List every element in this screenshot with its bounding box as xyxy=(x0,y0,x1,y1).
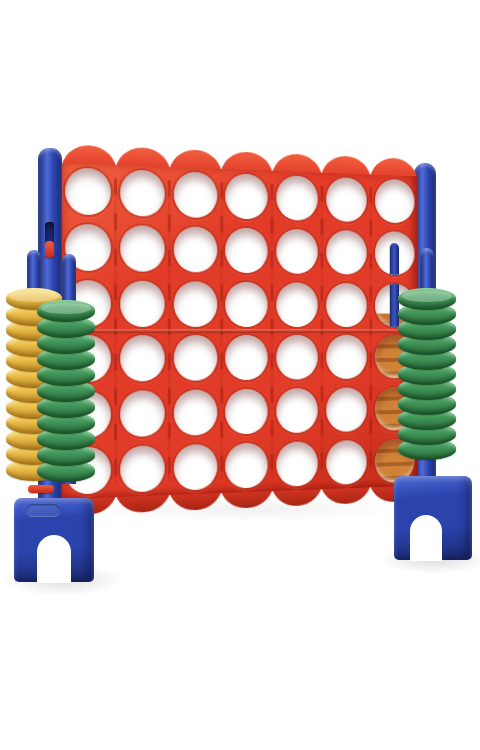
board-hole-empty xyxy=(326,335,366,379)
board-cell xyxy=(61,163,116,220)
board-middle-seam xyxy=(61,329,418,333)
leg-right xyxy=(394,476,472,560)
board-hole-empty xyxy=(277,282,318,327)
board-hole-empty xyxy=(226,281,268,326)
board-hole-empty xyxy=(277,388,318,433)
board-cell xyxy=(221,223,272,278)
board-hole-empty xyxy=(226,227,268,273)
board-cell xyxy=(322,226,371,279)
board-cell xyxy=(116,386,169,442)
disc-tray-green-left xyxy=(37,254,95,488)
board-cell xyxy=(221,438,272,493)
board-cell xyxy=(371,175,418,228)
board-cell xyxy=(272,171,322,226)
board-cell xyxy=(221,169,272,224)
board-cell xyxy=(116,440,169,497)
board-cell xyxy=(169,167,221,223)
board-cell xyxy=(322,278,371,331)
board-hole-empty xyxy=(120,170,164,217)
board-cell xyxy=(272,331,322,384)
board-hole-empty xyxy=(174,443,217,490)
board-cell xyxy=(169,439,221,495)
board-hole-empty xyxy=(174,226,217,272)
board-hole-empty xyxy=(120,225,164,272)
board-hole-empty xyxy=(226,335,268,380)
board-cell xyxy=(116,165,169,222)
board-hole-empty xyxy=(174,335,217,381)
connect-four-board xyxy=(61,144,418,516)
board-hole-empty xyxy=(120,390,164,437)
disc-tray-green-right xyxy=(398,248,456,464)
board-hole-empty xyxy=(326,439,366,484)
board-cell xyxy=(221,277,272,331)
board-hole-empty xyxy=(326,283,366,327)
board-hole-empty xyxy=(326,230,366,275)
board-hole-empty xyxy=(226,389,268,435)
leg-left xyxy=(14,498,94,582)
leg-right-arch-cutout xyxy=(410,515,442,561)
board-cell xyxy=(322,173,371,227)
board-hole-empty xyxy=(277,441,318,487)
board-hole-empty xyxy=(326,177,366,222)
board-hole-empty xyxy=(226,442,268,488)
board-hole-empty xyxy=(174,281,217,327)
board-hole-empty xyxy=(277,335,318,380)
board-cell xyxy=(116,220,169,276)
board-cell xyxy=(322,435,371,489)
board-hole-empty xyxy=(277,175,318,221)
board-hole-empty xyxy=(120,335,164,381)
board-cell xyxy=(322,331,371,384)
board-cell xyxy=(272,384,322,438)
board-hole-empty xyxy=(375,179,414,224)
board-hole-empty xyxy=(326,387,366,432)
board-hole-empty xyxy=(66,168,112,216)
board-hole-empty xyxy=(277,229,318,274)
board-cell xyxy=(169,385,221,440)
board-cell xyxy=(169,222,221,277)
green-disc xyxy=(398,288,456,310)
board-hole-empty xyxy=(120,280,164,326)
board-cell xyxy=(169,276,221,331)
board-cell xyxy=(116,331,169,386)
board-hole-empty xyxy=(120,445,164,493)
board-cell xyxy=(169,331,221,386)
board-cell xyxy=(116,276,169,331)
board-cell xyxy=(221,384,272,439)
board-grid xyxy=(61,163,418,499)
board-cell xyxy=(272,224,322,278)
giant-connect-four-photo xyxy=(0,0,480,750)
brand-emboss xyxy=(26,504,60,517)
board-cell xyxy=(221,331,272,385)
board-cell xyxy=(322,383,371,436)
green-disc xyxy=(37,300,95,322)
board-cell xyxy=(272,436,322,491)
board-hole-empty xyxy=(174,389,217,435)
board-cell xyxy=(272,278,322,331)
board-hole-empty xyxy=(226,174,268,220)
leg-left-arch-cutout xyxy=(37,535,71,583)
board-hole-empty xyxy=(174,172,217,219)
